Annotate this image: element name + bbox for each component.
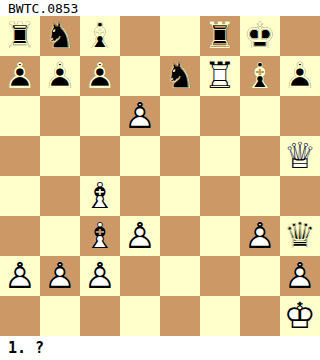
square-h6[interactable]: [280, 96, 320, 136]
square-a7[interactable]: ♟♙: [0, 56, 40, 96]
square-c6[interactable]: [80, 96, 120, 136]
piece-black-rook[interactable]: ♜♖: [200, 16, 240, 56]
square-b2[interactable]: ♟♙: [40, 256, 80, 296]
square-c8[interactable]: ♝♗: [80, 16, 120, 56]
square-c5[interactable]: [80, 136, 120, 176]
square-g5[interactable]: [240, 136, 280, 176]
square-e7[interactable]: ♞♘: [160, 56, 200, 96]
piece-white-pawn[interactable]: ♟♙: [120, 216, 160, 256]
piece-black-knight[interactable]: ♞♘: [160, 56, 200, 96]
square-b5[interactable]: [40, 136, 80, 176]
square-a1[interactable]: [0, 296, 40, 336]
piece-white-pawn[interactable]: ♟♙: [240, 216, 280, 256]
square-e2[interactable]: [160, 256, 200, 296]
piece-black-queen[interactable]: ♛♕: [280, 216, 320, 256]
piece-white-bishop[interactable]: ♝♗: [80, 216, 120, 256]
piece-white-pawn[interactable]: ♟♙: [120, 96, 160, 136]
square-e5[interactable]: [160, 136, 200, 176]
square-g1[interactable]: [240, 296, 280, 336]
square-d1[interactable]: [120, 296, 160, 336]
square-g3[interactable]: ♟♙: [240, 216, 280, 256]
square-g8[interactable]: ♚♔: [240, 16, 280, 56]
square-b1[interactable]: [40, 296, 80, 336]
piece-white-queen[interactable]: ♛♕: [280, 136, 320, 176]
square-f4[interactable]: [200, 176, 240, 216]
square-d5[interactable]: [120, 136, 160, 176]
square-g6[interactable]: [240, 96, 280, 136]
square-e4[interactable]: [160, 176, 200, 216]
square-h7[interactable]: ♟♙: [280, 56, 320, 96]
square-e8[interactable]: [160, 16, 200, 56]
piece-black-pawn[interactable]: ♟♙: [0, 56, 40, 96]
square-d4[interactable]: [120, 176, 160, 216]
square-b7[interactable]: ♟♙: [40, 56, 80, 96]
piece-black-pawn[interactable]: ♟♙: [80, 56, 120, 96]
chess-app-window: BWTC.0853 ♜♖♞♘♝♗♜♖♚♔♟♙♟♙♟♙♞♘♜♖♝♗♟♙♟♙♛♕♝♗…: [0, 0, 320, 360]
square-e3[interactable]: [160, 216, 200, 256]
square-a5[interactable]: [0, 136, 40, 176]
square-a6[interactable]: [0, 96, 40, 136]
move-prompt: 1. ?: [0, 336, 320, 360]
square-c2[interactable]: ♟♙: [80, 256, 120, 296]
square-c1[interactable]: [80, 296, 120, 336]
square-a3[interactable]: [0, 216, 40, 256]
square-d7[interactable]: [120, 56, 160, 96]
square-h3[interactable]: ♛♕: [280, 216, 320, 256]
square-g4[interactable]: [240, 176, 280, 216]
square-a4[interactable]: [0, 176, 40, 216]
square-c4[interactable]: ♝♗: [80, 176, 120, 216]
square-h8[interactable]: [280, 16, 320, 56]
square-d8[interactable]: [120, 16, 160, 56]
square-b3[interactable]: [40, 216, 80, 256]
square-f7[interactable]: ♜♖: [200, 56, 240, 96]
square-h5[interactable]: ♛♕: [280, 136, 320, 176]
square-f8[interactable]: ♜♖: [200, 16, 240, 56]
piece-white-pawn[interactable]: ♟♙: [80, 256, 120, 296]
square-g2[interactable]: [240, 256, 280, 296]
piece-black-rook[interactable]: ♜♖: [0, 16, 40, 56]
piece-black-pawn[interactable]: ♟♙: [40, 56, 80, 96]
square-f2[interactable]: [200, 256, 240, 296]
piece-black-bishop[interactable]: ♝♗: [80, 16, 120, 56]
square-a2[interactable]: ♟♙: [0, 256, 40, 296]
square-c7[interactable]: ♟♙: [80, 56, 120, 96]
square-b6[interactable]: [40, 96, 80, 136]
square-f5[interactable]: [200, 136, 240, 176]
chess-board: ♜♖♞♘♝♗♜♖♚♔♟♙♟♙♟♙♞♘♜♖♝♗♟♙♟♙♛♕♝♗♝♗♟♙♟♙♛♕♟♙…: [0, 16, 320, 336]
square-d3[interactable]: ♟♙: [120, 216, 160, 256]
square-d2[interactable]: [120, 256, 160, 296]
square-g7[interactable]: ♝♗: [240, 56, 280, 96]
square-e1[interactable]: [160, 296, 200, 336]
square-a8[interactable]: ♜♖: [0, 16, 40, 56]
square-h2[interactable]: ♟♙: [280, 256, 320, 296]
square-c3[interactable]: ♝♗: [80, 216, 120, 256]
piece-white-rook[interactable]: ♜♖: [200, 56, 240, 96]
piece-white-pawn[interactable]: ♟♙: [280, 256, 320, 296]
piece-black-king[interactable]: ♚♔: [240, 16, 280, 56]
puzzle-title: BWTC.0853: [0, 0, 320, 16]
square-f6[interactable]: [200, 96, 240, 136]
piece-white-pawn[interactable]: ♟♙: [40, 256, 80, 296]
square-h4[interactable]: [280, 176, 320, 216]
piece-white-king[interactable]: ♚♔: [280, 296, 320, 336]
piece-black-knight[interactable]: ♞♘: [40, 16, 80, 56]
square-f3[interactable]: [200, 216, 240, 256]
square-b4[interactable]: [40, 176, 80, 216]
piece-black-pawn[interactable]: ♟♙: [280, 56, 320, 96]
piece-white-pawn[interactable]: ♟♙: [0, 256, 40, 296]
piece-black-bishop[interactable]: ♝♗: [240, 56, 280, 96]
square-b8[interactable]: ♞♘: [40, 16, 80, 56]
square-d6[interactable]: ♟♙: [120, 96, 160, 136]
piece-white-bishop[interactable]: ♝♗: [80, 176, 120, 216]
square-f1[interactable]: [200, 296, 240, 336]
square-e6[interactable]: [160, 96, 200, 136]
square-h1[interactable]: ♚♔: [280, 296, 320, 336]
